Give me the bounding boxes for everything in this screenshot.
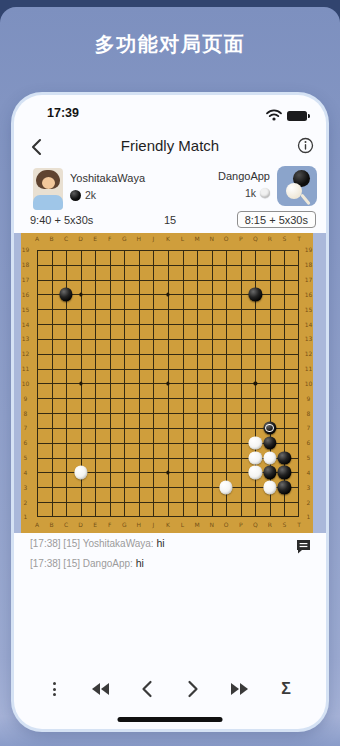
board-point-P1[interactable]: [233, 510, 248, 525]
board-point-B5[interactable]: [44, 450, 59, 465]
board-point-J13[interactable]: [146, 332, 161, 347]
board-point-G18[interactable]: [117, 257, 132, 272]
board-point-N7[interactable]: [204, 421, 219, 436]
board-point-T14[interactable]: [292, 317, 307, 332]
step-forward-icon[interactable]: [183, 678, 203, 700]
board-point-D4[interactable]: [73, 465, 88, 480]
board-point-Q19[interactable]: [248, 243, 263, 258]
board-point-K19[interactable]: [161, 243, 176, 258]
board-point-T7[interactable]: [292, 421, 307, 436]
board-point-B8[interactable]: [44, 406, 59, 421]
board-point-T5[interactable]: [292, 450, 307, 465]
board-point-P10[interactable]: [233, 376, 248, 391]
board-point-K16[interactable]: [161, 287, 176, 302]
board-point-C6[interactable]: [59, 435, 74, 450]
board-point-O4[interactable]: [219, 465, 234, 480]
board-point-E7[interactable]: [88, 421, 103, 436]
board-point-M16[interactable]: [190, 287, 205, 302]
board-point-A6[interactable]: [30, 435, 45, 450]
board-point-O15[interactable]: [219, 302, 234, 317]
board-point-L13[interactable]: [175, 332, 190, 347]
board-point-E6[interactable]: [88, 435, 103, 450]
board-point-N16[interactable]: [204, 287, 219, 302]
board-point-E13[interactable]: [88, 332, 103, 347]
board-point-O19[interactable]: [219, 243, 234, 258]
board-point-G1[interactable]: [117, 510, 132, 525]
board-point-C12[interactable]: [59, 346, 74, 361]
board-point-J7[interactable]: [146, 421, 161, 436]
score-sigma-icon[interactable]: Σ: [276, 678, 296, 700]
board-point-T4[interactable]: [292, 465, 307, 480]
board-point-P13[interactable]: [233, 332, 248, 347]
board-point-D13[interactable]: [73, 332, 88, 347]
board-point-G17[interactable]: [117, 272, 132, 287]
board-point-C15[interactable]: [59, 302, 74, 317]
board-point-R13[interactable]: [263, 332, 278, 347]
board-point-D7[interactable]: [73, 421, 88, 436]
board-point-S7[interactable]: [277, 421, 292, 436]
board-point-Q2[interactable]: [248, 495, 263, 510]
board-point-N15[interactable]: [204, 302, 219, 317]
board-point-B1[interactable]: [44, 510, 59, 525]
board-point-L8[interactable]: [175, 406, 190, 421]
board-point-N14[interactable]: [204, 317, 219, 332]
board-point-A13[interactable]: [30, 332, 45, 347]
board-point-F8[interactable]: [102, 406, 117, 421]
board-point-F1[interactable]: [102, 510, 117, 525]
board-point-P11[interactable]: [233, 361, 248, 376]
board-point-Q17[interactable]: [248, 272, 263, 287]
board-point-N1[interactable]: [204, 510, 219, 525]
board-point-Q10[interactable]: [248, 376, 263, 391]
board-point-S15[interactable]: [277, 302, 292, 317]
board-point-A8[interactable]: [30, 406, 45, 421]
board-point-D11[interactable]: [73, 361, 88, 376]
board-point-L12[interactable]: [175, 346, 190, 361]
board-point-K15[interactable]: [161, 302, 176, 317]
board-point-K6[interactable]: [161, 435, 176, 450]
board-point-R6[interactable]: [263, 435, 278, 450]
board-point-S1[interactable]: [277, 510, 292, 525]
board-point-S5[interactable]: [277, 450, 292, 465]
board-point-E3[interactable]: [88, 480, 103, 495]
board-point-H9[interactable]: [132, 391, 147, 406]
board-point-E12[interactable]: [88, 346, 103, 361]
board-point-K13[interactable]: [161, 332, 176, 347]
board-point-S17[interactable]: [277, 272, 292, 287]
board-point-S14[interactable]: [277, 317, 292, 332]
board-point-S16[interactable]: [277, 287, 292, 302]
board-point-R19[interactable]: [263, 243, 278, 258]
board-point-G3[interactable]: [117, 480, 132, 495]
board-point-P17[interactable]: [233, 272, 248, 287]
board-point-P4[interactable]: [233, 465, 248, 480]
board-point-H8[interactable]: [132, 406, 147, 421]
board-point-C17[interactable]: [59, 272, 74, 287]
board-point-L19[interactable]: [175, 243, 190, 258]
board-point-M19[interactable]: [190, 243, 205, 258]
board-point-M15[interactable]: [190, 302, 205, 317]
board-point-H1[interactable]: [132, 510, 147, 525]
board-point-K11[interactable]: [161, 361, 176, 376]
board-point-H10[interactable]: [132, 376, 147, 391]
board-point-O5[interactable]: [219, 450, 234, 465]
board-point-P2[interactable]: [233, 495, 248, 510]
board-point-F3[interactable]: [102, 480, 117, 495]
board-point-E17[interactable]: [88, 272, 103, 287]
board-point-J11[interactable]: [146, 361, 161, 376]
board-point-A5[interactable]: [30, 450, 45, 465]
board-point-K8[interactable]: [161, 406, 176, 421]
board-point-O1[interactable]: [219, 510, 234, 525]
board-point-A7[interactable]: [30, 421, 45, 436]
board-point-C14[interactable]: [59, 317, 74, 332]
board-point-C3[interactable]: [59, 480, 74, 495]
board-point-D15[interactable]: [73, 302, 88, 317]
board-point-M14[interactable]: [190, 317, 205, 332]
step-back-icon[interactable]: [137, 678, 157, 700]
board-point-J19[interactable]: [146, 243, 161, 258]
board-point-K10[interactable]: [161, 376, 176, 391]
board-point-L11[interactable]: [175, 361, 190, 376]
board-point-Q13[interactable]: [248, 332, 263, 347]
board-point-T1[interactable]: [292, 510, 307, 525]
board-point-H3[interactable]: [132, 480, 147, 495]
board-point-L16[interactable]: [175, 287, 190, 302]
board-point-A11[interactable]: [30, 361, 45, 376]
board-point-N2[interactable]: [204, 495, 219, 510]
board-point-O7[interactable]: [219, 421, 234, 436]
board-point-B17[interactable]: [44, 272, 59, 287]
board-point-A18[interactable]: [30, 257, 45, 272]
board-point-F2[interactable]: [102, 495, 117, 510]
board-point-H7[interactable]: [132, 421, 147, 436]
board-point-T17[interactable]: [292, 272, 307, 287]
board-point-G8[interactable]: [117, 406, 132, 421]
board-point-E4[interactable]: [88, 465, 103, 480]
board-point-H2[interactable]: [132, 495, 147, 510]
info-icon[interactable]: [297, 137, 314, 154]
board-point-Q9[interactable]: [248, 391, 263, 406]
board-point-B15[interactable]: [44, 302, 59, 317]
board-point-D14[interactable]: [73, 317, 88, 332]
board-point-C13[interactable]: [59, 332, 74, 347]
board-point-E19[interactable]: [88, 243, 103, 258]
board-point-O13[interactable]: [219, 332, 234, 347]
board-point-G16[interactable]: [117, 287, 132, 302]
board-point-J9[interactable]: [146, 391, 161, 406]
board-point-F18[interactable]: [102, 257, 117, 272]
board-point-G15[interactable]: [117, 302, 132, 317]
board-point-E10[interactable]: [88, 376, 103, 391]
board-point-E16[interactable]: [88, 287, 103, 302]
board-point-D1[interactable]: [73, 510, 88, 525]
board-point-M18[interactable]: [190, 257, 205, 272]
board-point-S6[interactable]: [277, 435, 292, 450]
board-point-T6[interactable]: [292, 435, 307, 450]
board-point-K5[interactable]: [161, 450, 176, 465]
board-point-A2[interactable]: [30, 495, 45, 510]
board-point-D16[interactable]: [73, 287, 88, 302]
board-point-E5[interactable]: [88, 450, 103, 465]
board-point-G12[interactable]: [117, 346, 132, 361]
board-point-F4[interactable]: [102, 465, 117, 480]
board-point-M9[interactable]: [190, 391, 205, 406]
board-point-R16[interactable]: [263, 287, 278, 302]
board-point-E14[interactable]: [88, 317, 103, 332]
board-point-H15[interactable]: [132, 302, 147, 317]
board-point-N13[interactable]: [204, 332, 219, 347]
board-point-Q1[interactable]: [248, 510, 263, 525]
board-point-R12[interactable]: [263, 346, 278, 361]
board-point-L18[interactable]: [175, 257, 190, 272]
board-point-S4[interactable]: [277, 465, 292, 480]
board-point-L5[interactable]: [175, 450, 190, 465]
board-point-K3[interactable]: [161, 480, 176, 495]
board-point-B9[interactable]: [44, 391, 59, 406]
board-point-C5[interactable]: [59, 450, 74, 465]
board-point-K4[interactable]: [161, 465, 176, 480]
board-point-S12[interactable]: [277, 346, 292, 361]
board-point-Q14[interactable]: [248, 317, 263, 332]
board-point-R17[interactable]: [263, 272, 278, 287]
board-point-L14[interactable]: [175, 317, 190, 332]
board-point-O9[interactable]: [219, 391, 234, 406]
board-point-N12[interactable]: [204, 346, 219, 361]
board-point-Q12[interactable]: [248, 346, 263, 361]
board-point-L15[interactable]: [175, 302, 190, 317]
board-point-F5[interactable]: [102, 450, 117, 465]
board-point-R11[interactable]: [263, 361, 278, 376]
board-point-O10[interactable]: [219, 376, 234, 391]
board-point-E18[interactable]: [88, 257, 103, 272]
board-point-C2[interactable]: [59, 495, 74, 510]
board-point-O16[interactable]: [219, 287, 234, 302]
board-point-N8[interactable]: [204, 406, 219, 421]
board-point-N6[interactable]: [204, 435, 219, 450]
board-point-M7[interactable]: [190, 421, 205, 436]
board-point-B19[interactable]: [44, 243, 59, 258]
board-point-J10[interactable]: [146, 376, 161, 391]
board-point-M10[interactable]: [190, 376, 205, 391]
board-point-T15[interactable]: [292, 302, 307, 317]
board-point-Q6[interactable]: [248, 435, 263, 450]
board-point-A10[interactable]: [30, 376, 45, 391]
board-point-D8[interactable]: [73, 406, 88, 421]
board-point-N17[interactable]: [204, 272, 219, 287]
board-point-H17[interactable]: [132, 272, 147, 287]
board-point-P8[interactable]: [233, 406, 248, 421]
board-point-H11[interactable]: [132, 361, 147, 376]
board-point-O8[interactable]: [219, 406, 234, 421]
board-point-N9[interactable]: [204, 391, 219, 406]
board-point-T12[interactable]: [292, 346, 307, 361]
board-point-J16[interactable]: [146, 287, 161, 302]
board-point-L1[interactable]: [175, 510, 190, 525]
board-point-F15[interactable]: [102, 302, 117, 317]
board-point-A9[interactable]: [30, 391, 45, 406]
board-point-F14[interactable]: [102, 317, 117, 332]
board-point-T9[interactable]: [292, 391, 307, 406]
board-point-D3[interactable]: [73, 480, 88, 495]
board-point-G2[interactable]: [117, 495, 132, 510]
board-point-H18[interactable]: [132, 257, 147, 272]
menu-dots-icon[interactable]: [44, 678, 64, 700]
board-point-S18[interactable]: [277, 257, 292, 272]
board-point-A15[interactable]: [30, 302, 45, 317]
board-point-A1[interactable]: [30, 510, 45, 525]
board-point-K7[interactable]: [161, 421, 176, 436]
board-point-J15[interactable]: [146, 302, 161, 317]
board-point-Q16[interactable]: [248, 287, 263, 302]
board-point-H12[interactable]: [132, 346, 147, 361]
board-point-K2[interactable]: [161, 495, 176, 510]
board-point-E8[interactable]: [88, 406, 103, 421]
board-point-S19[interactable]: [277, 243, 292, 258]
board-point-O3[interactable]: [219, 480, 234, 495]
board-point-R5[interactable]: [263, 450, 278, 465]
board-point-B18[interactable]: [44, 257, 59, 272]
board-point-Q5[interactable]: [248, 450, 263, 465]
board-point-M11[interactable]: [190, 361, 205, 376]
board-point-Q8[interactable]: [248, 406, 263, 421]
board-point-O17[interactable]: [219, 272, 234, 287]
board-point-F12[interactable]: [102, 346, 117, 361]
board-point-T2[interactable]: [292, 495, 307, 510]
board-point-G13[interactable]: [117, 332, 132, 347]
board-point-L7[interactable]: [175, 421, 190, 436]
board-point-E9[interactable]: [88, 391, 103, 406]
board-point-T16[interactable]: [292, 287, 307, 302]
board-point-D10[interactable]: [73, 376, 88, 391]
board-point-N18[interactable]: [204, 257, 219, 272]
board-point-N19[interactable]: [204, 243, 219, 258]
board-point-O18[interactable]: [219, 257, 234, 272]
board-point-Q3[interactable]: [248, 480, 263, 495]
board-point-T3[interactable]: [292, 480, 307, 495]
board-point-S8[interactable]: [277, 406, 292, 421]
board-point-S3[interactable]: [277, 480, 292, 495]
board-point-S2[interactable]: [277, 495, 292, 510]
board-point-B14[interactable]: [44, 317, 59, 332]
board-point-T18[interactable]: [292, 257, 307, 272]
board-point-B6[interactable]: [44, 435, 59, 450]
board-point-A16[interactable]: [30, 287, 45, 302]
board-point-J1[interactable]: [146, 510, 161, 525]
board-point-P3[interactable]: [233, 480, 248, 495]
board-point-L9[interactable]: [175, 391, 190, 406]
board-point-F10[interactable]: [102, 376, 117, 391]
board-point-P19[interactable]: [233, 243, 248, 258]
board-point-J2[interactable]: [146, 495, 161, 510]
board-point-S10[interactable]: [277, 376, 292, 391]
board-point-P6[interactable]: [233, 435, 248, 450]
board-point-D6[interactable]: [73, 435, 88, 450]
board-point-M4[interactable]: [190, 465, 205, 480]
board-point-O14[interactable]: [219, 317, 234, 332]
board-point-F16[interactable]: [102, 287, 117, 302]
board-point-Q11[interactable]: [248, 361, 263, 376]
board-point-K1[interactable]: [161, 510, 176, 525]
board-point-R1[interactable]: [263, 510, 278, 525]
board-point-K9[interactable]: [161, 391, 176, 406]
board-point-P18[interactable]: [233, 257, 248, 272]
board-point-C16[interactable]: [59, 287, 74, 302]
board-point-G5[interactable]: [117, 450, 132, 465]
board-point-H5[interactable]: [132, 450, 147, 465]
board-point-R2[interactable]: [263, 495, 278, 510]
board-point-L3[interactable]: [175, 480, 190, 495]
board-point-H19[interactable]: [132, 243, 147, 258]
board-point-A4[interactable]: [30, 465, 45, 480]
board-point-C7[interactable]: [59, 421, 74, 436]
board-point-B10[interactable]: [44, 376, 59, 391]
board-point-J14[interactable]: [146, 317, 161, 332]
board-point-R14[interactable]: [263, 317, 278, 332]
board-point-D2[interactable]: [73, 495, 88, 510]
board-point-F7[interactable]: [102, 421, 117, 436]
board-point-P7[interactable]: [233, 421, 248, 436]
board-point-J3[interactable]: [146, 480, 161, 495]
board-point-S13[interactable]: [277, 332, 292, 347]
board-point-F13[interactable]: [102, 332, 117, 347]
board-point-B12[interactable]: [44, 346, 59, 361]
board-point-Q7[interactable]: [248, 421, 263, 436]
board-point-J6[interactable]: [146, 435, 161, 450]
board-point-P9[interactable]: [233, 391, 248, 406]
board-point-H6[interactable]: [132, 435, 147, 450]
board-point-D5[interactable]: [73, 450, 88, 465]
board-point-G14[interactable]: [117, 317, 132, 332]
board-point-M12[interactable]: [190, 346, 205, 361]
board-point-C10[interactable]: [59, 376, 74, 391]
board-point-M17[interactable]: [190, 272, 205, 287]
board-point-L17[interactable]: [175, 272, 190, 287]
board-point-H4[interactable]: [132, 465, 147, 480]
board-point-F9[interactable]: [102, 391, 117, 406]
message-icon[interactable]: [295, 538, 312, 555]
board-point-P12[interactable]: [233, 346, 248, 361]
board-point-L10[interactable]: [175, 376, 190, 391]
board-point-C1[interactable]: [59, 510, 74, 525]
board-point-B4[interactable]: [44, 465, 59, 480]
board-point-N4[interactable]: [204, 465, 219, 480]
board-point-F6[interactable]: [102, 435, 117, 450]
board-point-O11[interactable]: [219, 361, 234, 376]
board-point-R18[interactable]: [263, 257, 278, 272]
board-point-A3[interactable]: [30, 480, 45, 495]
board-point-A14[interactable]: [30, 317, 45, 332]
board-point-J18[interactable]: [146, 257, 161, 272]
board-point-M13[interactable]: [190, 332, 205, 347]
board-point-C9[interactable]: [59, 391, 74, 406]
board-point-P14[interactable]: [233, 317, 248, 332]
board-point-T8[interactable]: [292, 406, 307, 421]
board-point-P5[interactable]: [233, 450, 248, 465]
board-point-A17[interactable]: [30, 272, 45, 287]
board-point-C4[interactable]: [59, 465, 74, 480]
board-point-T11[interactable]: [292, 361, 307, 376]
board-point-B2[interactable]: [44, 495, 59, 510]
board-point-G10[interactable]: [117, 376, 132, 391]
board-point-T13[interactable]: [292, 332, 307, 347]
board-point-E11[interactable]: [88, 361, 103, 376]
board-point-E2[interactable]: [88, 495, 103, 510]
board-point-K14[interactable]: [161, 317, 176, 332]
board-point-N10[interactable]: [204, 376, 219, 391]
board-point-A12[interactable]: [30, 346, 45, 361]
board-point-R10[interactable]: [263, 376, 278, 391]
